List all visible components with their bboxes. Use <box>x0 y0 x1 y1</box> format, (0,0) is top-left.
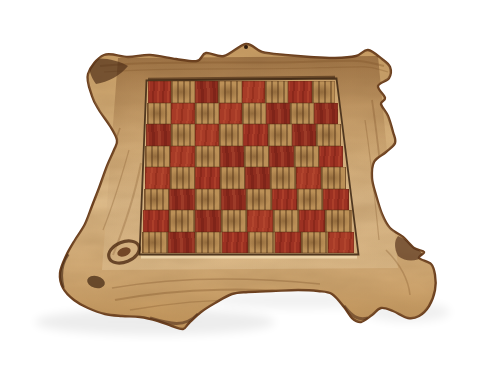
board-row-rank-8 <box>148 81 335 103</box>
square-h7 <box>314 103 338 125</box>
square-d3 <box>221 189 247 211</box>
square-a2 <box>143 210 169 232</box>
square-c7 <box>195 103 219 125</box>
square-f7 <box>266 103 290 125</box>
square-b2 <box>169 210 195 232</box>
square-h2 <box>325 210 351 232</box>
board-row-rank-7 <box>147 103 338 125</box>
square-f5 <box>269 146 294 168</box>
square-c6 <box>195 124 219 146</box>
square-c1 <box>195 232 222 254</box>
square-f3 <box>272 189 298 211</box>
square-h5 <box>319 146 344 168</box>
square-g2 <box>299 210 325 232</box>
square-b1 <box>168 232 195 254</box>
square-g8 <box>288 81 311 103</box>
square-f6 <box>268 124 292 146</box>
product-photo-stage <box>0 0 500 375</box>
square-a3 <box>144 189 170 211</box>
board-row-rank-6 <box>146 124 340 146</box>
square-c5 <box>195 146 220 168</box>
square-f8 <box>265 81 288 103</box>
board-row-rank-3 <box>144 189 349 211</box>
square-h3 <box>323 189 349 211</box>
square-g3 <box>297 189 323 211</box>
square-e2 <box>247 210 273 232</box>
square-e8 <box>242 81 265 103</box>
square-a8 <box>148 81 171 103</box>
square-g7 <box>290 103 314 125</box>
square-g1 <box>301 232 328 254</box>
chess-board <box>0 0 500 375</box>
square-f4 <box>270 167 295 189</box>
square-d5 <box>220 146 245 168</box>
square-a4 <box>145 167 170 189</box>
square-d4 <box>220 167 245 189</box>
square-h8 <box>312 81 335 103</box>
square-b6 <box>171 124 195 146</box>
square-f2 <box>273 210 299 232</box>
square-h4 <box>321 167 346 189</box>
board-row-rank-1 <box>142 232 354 254</box>
board-row-rank-5 <box>145 146 343 168</box>
board-row-rank-4 <box>145 167 347 189</box>
square-b3 <box>169 189 195 211</box>
square-c2 <box>195 210 221 232</box>
square-e3 <box>246 189 272 211</box>
board-row-rank-2 <box>143 210 352 232</box>
square-e6 <box>243 124 267 146</box>
square-c8 <box>195 81 218 103</box>
square-h6 <box>316 124 340 146</box>
square-f1 <box>275 232 302 254</box>
square-e7 <box>242 103 266 125</box>
square-d8 <box>218 81 241 103</box>
square-e5 <box>244 146 269 168</box>
square-a5 <box>145 146 170 168</box>
square-a1 <box>142 232 169 254</box>
square-d1 <box>222 232 249 254</box>
square-g6 <box>292 124 316 146</box>
square-h1 <box>328 232 355 254</box>
square-g5 <box>294 146 319 168</box>
square-c3 <box>195 189 221 211</box>
square-a6 <box>146 124 170 146</box>
square-d6 <box>219 124 243 146</box>
square-e1 <box>248 232 275 254</box>
square-b4 <box>170 167 195 189</box>
square-c4 <box>195 167 220 189</box>
square-g4 <box>296 167 321 189</box>
square-e4 <box>245 167 270 189</box>
square-d7 <box>219 103 243 125</box>
square-d2 <box>221 210 247 232</box>
square-a7 <box>147 103 171 125</box>
square-b7 <box>171 103 195 125</box>
square-b8 <box>171 81 194 103</box>
square-b5 <box>170 146 195 168</box>
